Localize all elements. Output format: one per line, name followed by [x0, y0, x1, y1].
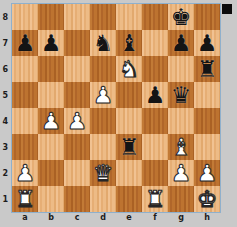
square-f4[interactable]	[142, 108, 168, 134]
piece-black-queen[interactable]: ♛	[171, 82, 192, 108]
piece-white-pawn[interactable]: ♟	[15, 160, 36, 186]
piece-black-bishop[interactable]: ♝	[119, 30, 140, 56]
square-g5[interactable]: ♛	[168, 82, 194, 108]
square-b6[interactable]	[38, 56, 64, 82]
square-a1[interactable]: ♜	[12, 186, 38, 212]
square-e4[interactable]	[116, 108, 142, 134]
square-d2[interactable]: ♛	[90, 160, 116, 186]
square-d4[interactable]	[90, 108, 116, 134]
square-b7[interactable]: ♟	[38, 30, 64, 56]
square-e6[interactable]: ♞	[116, 56, 142, 82]
square-f2[interactable]	[142, 160, 168, 186]
square-h6[interactable]: ♜	[194, 56, 220, 82]
square-c2[interactable]	[64, 160, 90, 186]
piece-black-rook[interactable]: ♜	[119, 134, 140, 160]
square-d7[interactable]: ♞	[90, 30, 116, 56]
piece-black-pawn[interactable]: ♟	[41, 30, 62, 56]
rank-label-6: 6	[0, 56, 10, 82]
rank-label-4: 4	[0, 108, 10, 134]
square-c8[interactable]	[64, 4, 90, 30]
square-d3[interactable]	[90, 134, 116, 160]
square-f7[interactable]	[142, 30, 168, 56]
file-label-a: a	[12, 213, 38, 222]
piece-black-king[interactable]: ♚	[171, 4, 192, 30]
rank-label-1: 1	[0, 186, 10, 212]
square-d1[interactable]	[90, 186, 116, 212]
square-g3[interactable]: ♝	[168, 134, 194, 160]
piece-black-pawn[interactable]: ♟	[145, 82, 166, 108]
square-e3[interactable]: ♜	[116, 134, 142, 160]
piece-white-king[interactable]: ♚	[197, 186, 218, 212]
square-a2[interactable]: ♟	[12, 160, 38, 186]
square-b4[interactable]: ♟	[38, 108, 64, 134]
piece-white-bishop[interactable]: ♝	[171, 134, 192, 160]
square-a6[interactable]	[12, 56, 38, 82]
square-a3[interactable]	[12, 134, 38, 160]
square-c6[interactable]	[64, 56, 90, 82]
rank-label-8: 8	[0, 4, 10, 30]
square-g4[interactable]	[168, 108, 194, 134]
square-a7[interactable]: ♟	[12, 30, 38, 56]
file-label-d: d	[90, 213, 116, 222]
piece-white-queen[interactable]: ♛	[93, 160, 114, 186]
square-f6[interactable]	[142, 56, 168, 82]
square-h5[interactable]	[194, 82, 220, 108]
square-c4[interactable]: ♟	[64, 108, 90, 134]
square-c5[interactable]	[64, 82, 90, 108]
square-a5[interactable]	[12, 82, 38, 108]
square-f1[interactable]: ♜	[142, 186, 168, 212]
piece-black-pawn[interactable]: ♟	[171, 30, 192, 56]
square-g6[interactable]	[168, 56, 194, 82]
square-f8[interactable]	[142, 4, 168, 30]
square-d8[interactable]	[90, 4, 116, 30]
rank-labels: 87654321	[0, 4, 10, 212]
square-h8[interactable]	[194, 4, 220, 30]
square-c7[interactable]	[64, 30, 90, 56]
square-e8[interactable]	[116, 4, 142, 30]
square-h1[interactable]: ♚	[194, 186, 220, 212]
square-c3[interactable]	[64, 134, 90, 160]
square-a8[interactable]	[12, 4, 38, 30]
square-g2[interactable]: ♟	[168, 160, 194, 186]
square-e1[interactable]	[116, 186, 142, 212]
piece-white-pawn[interactable]: ♟	[41, 108, 62, 134]
piece-white-pawn[interactable]: ♟	[67, 108, 88, 134]
rank-label-2: 2	[0, 160, 10, 186]
square-a4[interactable]	[12, 108, 38, 134]
square-h7[interactable]: ♟	[194, 30, 220, 56]
chess-board: ♚♟♟♞♝♟♟♞♜♟♟♛♟♟♜♝♟♛♟♟♜♜♚	[11, 3, 221, 213]
file-label-g: g	[168, 213, 194, 222]
file-label-b: b	[38, 213, 64, 222]
file-label-c: c	[64, 213, 90, 222]
square-b5[interactable]	[38, 82, 64, 108]
piece-black-rook[interactable]: ♜	[197, 56, 218, 82]
square-g7[interactable]: ♟	[168, 30, 194, 56]
square-e2[interactable]	[116, 160, 142, 186]
square-b2[interactable]	[38, 160, 64, 186]
rank-label-3: 3	[0, 134, 10, 160]
square-h4[interactable]	[194, 108, 220, 134]
piece-white-pawn[interactable]: ♟	[171, 160, 192, 186]
piece-white-rook[interactable]: ♜	[15, 186, 36, 212]
piece-black-knight[interactable]: ♞	[93, 30, 114, 56]
piece-black-pawn[interactable]: ♟	[197, 30, 218, 56]
square-g8[interactable]: ♚	[168, 4, 194, 30]
file-label-e: e	[116, 213, 142, 222]
piece-white-knight[interactable]: ♞	[119, 56, 140, 82]
square-b1[interactable]	[38, 186, 64, 212]
rank-label-7: 7	[0, 30, 10, 56]
square-d6[interactable]	[90, 56, 116, 82]
square-c1[interactable]	[64, 186, 90, 212]
square-b8[interactable]	[38, 4, 64, 30]
square-e5[interactable]	[116, 82, 142, 108]
file-label-h: h	[194, 213, 220, 222]
square-e7[interactable]: ♝	[116, 30, 142, 56]
square-f5[interactable]: ♟	[142, 82, 168, 108]
square-g1[interactable]	[168, 186, 194, 212]
piece-white-rook[interactable]: ♜	[145, 186, 166, 212]
piece-white-pawn[interactable]: ♟	[197, 160, 218, 186]
piece-black-pawn[interactable]: ♟	[15, 30, 36, 56]
square-h2[interactable]: ♟	[194, 160, 220, 186]
square-h3[interactable]	[194, 134, 220, 160]
rank-label-5: 5	[0, 82, 10, 108]
square-f3[interactable]	[142, 134, 168, 160]
piece-white-pawn[interactable]: ♟	[93, 82, 114, 108]
file-labels: abcdefgh	[12, 213, 220, 222]
file-label-f: f	[142, 213, 168, 222]
square-b3[interactable]	[38, 134, 64, 160]
square-d5[interactable]: ♟	[90, 82, 116, 108]
side-to-move-indicator	[222, 4, 232, 14]
